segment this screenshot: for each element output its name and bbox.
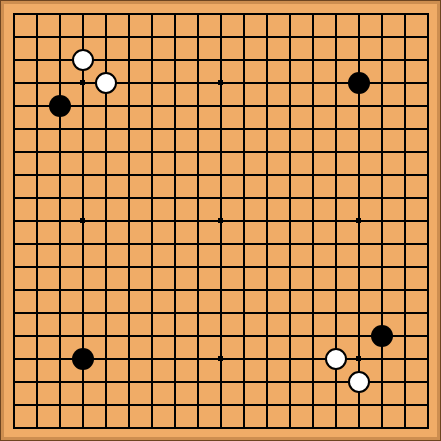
intersection	[117, 140, 140, 163]
intersection	[370, 370, 393, 393]
intersection	[416, 140, 439, 163]
star-point	[80, 218, 85, 223]
intersection	[393, 117, 416, 140]
intersection	[94, 209, 117, 232]
intersection	[94, 278, 117, 301]
intersection	[278, 370, 301, 393]
intersection	[94, 324, 117, 347]
intersection	[71, 48, 94, 71]
intersection	[393, 71, 416, 94]
intersection	[370, 255, 393, 278]
intersection	[186, 117, 209, 140]
intersection	[370, 324, 393, 347]
intersection	[163, 370, 186, 393]
intersection	[140, 163, 163, 186]
intersection	[278, 393, 301, 416]
intersection	[209, 278, 232, 301]
intersection	[94, 25, 117, 48]
intersection	[416, 163, 439, 186]
intersection	[347, 324, 370, 347]
intersection	[209, 186, 232, 209]
intersection	[25, 370, 48, 393]
intersection	[117, 71, 140, 94]
intersection	[347, 209, 370, 232]
intersection	[347, 71, 370, 94]
intersection	[393, 301, 416, 324]
intersection	[255, 393, 278, 416]
intersection	[25, 209, 48, 232]
intersection	[94, 255, 117, 278]
intersection	[209, 232, 232, 255]
intersection	[209, 25, 232, 48]
intersection	[232, 393, 255, 416]
white-stone	[348, 371, 370, 393]
intersection	[94, 71, 117, 94]
intersection	[416, 25, 439, 48]
intersection	[232, 301, 255, 324]
intersection	[94, 186, 117, 209]
intersection	[278, 347, 301, 370]
intersection	[94, 94, 117, 117]
intersection	[186, 94, 209, 117]
intersection	[324, 94, 347, 117]
intersection	[232, 278, 255, 301]
intersection	[48, 416, 71, 439]
intersection	[370, 94, 393, 117]
intersection	[71, 393, 94, 416]
intersection	[2, 255, 25, 278]
star-point	[356, 218, 361, 223]
intersection	[324, 347, 347, 370]
intersection	[163, 301, 186, 324]
intersection	[2, 232, 25, 255]
intersection	[71, 278, 94, 301]
intersection	[25, 71, 48, 94]
intersection	[324, 186, 347, 209]
intersection	[48, 301, 71, 324]
intersection	[324, 278, 347, 301]
intersection	[324, 163, 347, 186]
star-point	[356, 356, 361, 361]
intersection	[278, 2, 301, 25]
intersection	[278, 186, 301, 209]
intersection	[117, 347, 140, 370]
go-diagram: { "game": { "name": "go", "board_size": …	[0, 0, 441, 441]
intersection	[94, 347, 117, 370]
intersection	[278, 324, 301, 347]
intersection	[2, 416, 25, 439]
intersection	[71, 232, 94, 255]
intersection	[25, 94, 48, 117]
intersection	[416, 255, 439, 278]
intersection	[94, 370, 117, 393]
intersection	[301, 48, 324, 71]
intersection	[324, 232, 347, 255]
intersection	[324, 71, 347, 94]
intersection	[71, 140, 94, 163]
intersection	[347, 163, 370, 186]
intersection	[209, 117, 232, 140]
intersection	[186, 301, 209, 324]
white-stone	[325, 348, 347, 370]
intersection	[117, 416, 140, 439]
intersection	[393, 347, 416, 370]
intersection	[416, 117, 439, 140]
intersection	[117, 48, 140, 71]
intersection	[71, 186, 94, 209]
intersection	[140, 416, 163, 439]
intersection	[255, 117, 278, 140]
intersection	[2, 2, 25, 25]
board-intersections	[2, 2, 439, 439]
intersection	[140, 278, 163, 301]
intersection	[117, 278, 140, 301]
intersection	[278, 25, 301, 48]
intersection	[301, 232, 324, 255]
intersection	[71, 163, 94, 186]
intersection	[2, 117, 25, 140]
intersection	[48, 370, 71, 393]
intersection	[370, 278, 393, 301]
intersection	[347, 393, 370, 416]
intersection	[140, 301, 163, 324]
intersection	[209, 301, 232, 324]
intersection	[370, 163, 393, 186]
intersection	[370, 25, 393, 48]
intersection	[347, 2, 370, 25]
intersection	[163, 140, 186, 163]
intersection	[25, 232, 48, 255]
intersection	[48, 2, 71, 25]
intersection	[347, 278, 370, 301]
intersection	[370, 2, 393, 25]
intersection	[48, 25, 71, 48]
intersection	[163, 324, 186, 347]
intersection	[324, 117, 347, 140]
intersection	[255, 278, 278, 301]
intersection	[163, 232, 186, 255]
intersection	[393, 48, 416, 71]
intersection	[186, 255, 209, 278]
intersection	[2, 393, 25, 416]
intersection	[163, 2, 186, 25]
intersection	[232, 232, 255, 255]
intersection	[186, 186, 209, 209]
intersection	[25, 347, 48, 370]
intersection	[278, 94, 301, 117]
intersection	[370, 140, 393, 163]
intersection	[301, 393, 324, 416]
intersection	[301, 117, 324, 140]
intersection	[186, 232, 209, 255]
intersection	[209, 393, 232, 416]
intersection	[117, 324, 140, 347]
intersection	[163, 94, 186, 117]
intersection	[347, 347, 370, 370]
intersection	[416, 209, 439, 232]
intersection	[186, 2, 209, 25]
intersection	[370, 301, 393, 324]
intersection	[255, 232, 278, 255]
intersection	[140, 117, 163, 140]
intersection	[324, 2, 347, 25]
intersection	[25, 278, 48, 301]
intersection	[163, 416, 186, 439]
intersection	[232, 324, 255, 347]
white-stone	[72, 49, 94, 71]
intersection	[48, 209, 71, 232]
intersection	[71, 25, 94, 48]
intersection	[232, 347, 255, 370]
intersection	[301, 324, 324, 347]
intersection	[347, 186, 370, 209]
intersection	[186, 347, 209, 370]
intersection	[2, 324, 25, 347]
intersection	[416, 94, 439, 117]
intersection	[393, 416, 416, 439]
intersection	[324, 324, 347, 347]
intersection	[140, 209, 163, 232]
intersection	[186, 278, 209, 301]
intersection	[301, 94, 324, 117]
intersection	[71, 209, 94, 232]
intersection	[2, 140, 25, 163]
intersection	[347, 117, 370, 140]
intersection	[370, 117, 393, 140]
intersection	[255, 416, 278, 439]
intersection	[370, 416, 393, 439]
intersection	[163, 48, 186, 71]
intersection	[416, 347, 439, 370]
intersection	[324, 25, 347, 48]
intersection	[186, 48, 209, 71]
intersection	[209, 324, 232, 347]
intersection	[255, 94, 278, 117]
intersection	[140, 370, 163, 393]
intersection	[393, 25, 416, 48]
intersection	[117, 393, 140, 416]
intersection	[324, 301, 347, 324]
intersection	[117, 117, 140, 140]
intersection	[416, 301, 439, 324]
intersection	[209, 163, 232, 186]
intersection	[209, 71, 232, 94]
intersection	[232, 48, 255, 71]
intersection	[301, 278, 324, 301]
intersection	[416, 416, 439, 439]
intersection	[2, 94, 25, 117]
star-point	[218, 218, 223, 223]
intersection	[416, 393, 439, 416]
intersection	[94, 416, 117, 439]
intersection	[25, 301, 48, 324]
intersection	[48, 324, 71, 347]
intersection	[393, 140, 416, 163]
intersection	[255, 186, 278, 209]
intersection	[25, 255, 48, 278]
intersection	[163, 71, 186, 94]
intersection	[393, 2, 416, 25]
intersection	[209, 94, 232, 117]
intersection	[209, 140, 232, 163]
intersection	[117, 186, 140, 209]
intersection	[2, 301, 25, 324]
intersection	[2, 278, 25, 301]
intersection	[186, 71, 209, 94]
intersection	[255, 71, 278, 94]
intersection	[301, 370, 324, 393]
intersection	[25, 186, 48, 209]
intersection	[71, 2, 94, 25]
black-stone	[371, 325, 393, 347]
intersection	[163, 25, 186, 48]
intersection	[209, 370, 232, 393]
intersection	[301, 301, 324, 324]
intersection	[140, 393, 163, 416]
intersection	[255, 347, 278, 370]
intersection	[71, 416, 94, 439]
intersection	[393, 278, 416, 301]
intersection	[255, 25, 278, 48]
intersection	[393, 94, 416, 117]
intersection	[278, 416, 301, 439]
star-point	[218, 80, 223, 85]
intersection	[416, 324, 439, 347]
intersection	[278, 209, 301, 232]
intersection	[255, 48, 278, 71]
intersection	[2, 370, 25, 393]
black-stone	[348, 72, 370, 94]
intersection	[416, 278, 439, 301]
intersection	[232, 370, 255, 393]
intersection	[324, 209, 347, 232]
intersection	[186, 209, 209, 232]
intersection	[140, 347, 163, 370]
intersection	[117, 94, 140, 117]
intersection	[232, 25, 255, 48]
intersection	[48, 117, 71, 140]
intersection	[232, 117, 255, 140]
intersection	[232, 163, 255, 186]
intersection	[370, 48, 393, 71]
intersection	[163, 347, 186, 370]
intersection	[140, 25, 163, 48]
intersection	[25, 25, 48, 48]
intersection	[301, 25, 324, 48]
intersection	[324, 140, 347, 163]
intersection	[347, 25, 370, 48]
intersection	[117, 25, 140, 48]
intersection	[347, 94, 370, 117]
black-stone	[72, 348, 94, 370]
intersection	[370, 71, 393, 94]
intersection	[393, 324, 416, 347]
intersection	[186, 25, 209, 48]
intersection	[140, 232, 163, 255]
intersection	[163, 163, 186, 186]
intersection	[163, 186, 186, 209]
intersection	[140, 324, 163, 347]
intersection	[48, 94, 71, 117]
intersection	[140, 48, 163, 71]
intersection	[347, 301, 370, 324]
intersection	[94, 301, 117, 324]
intersection	[48, 255, 71, 278]
intersection	[232, 255, 255, 278]
intersection	[71, 347, 94, 370]
go-board	[0, 0, 441, 441]
intersection	[94, 163, 117, 186]
intersection	[140, 2, 163, 25]
intersection	[163, 255, 186, 278]
intersection	[71, 117, 94, 140]
intersection	[163, 393, 186, 416]
intersection	[393, 163, 416, 186]
intersection	[163, 117, 186, 140]
intersection	[209, 48, 232, 71]
intersection	[232, 71, 255, 94]
intersection	[2, 71, 25, 94]
intersection	[301, 163, 324, 186]
intersection	[94, 2, 117, 25]
intersection	[140, 94, 163, 117]
intersection	[48, 48, 71, 71]
black-stone	[49, 95, 71, 117]
intersection	[71, 71, 94, 94]
intersection	[94, 393, 117, 416]
intersection	[255, 324, 278, 347]
intersection	[370, 347, 393, 370]
intersection	[48, 186, 71, 209]
intersection	[393, 370, 416, 393]
intersection	[2, 48, 25, 71]
intersection	[94, 117, 117, 140]
intersection	[71, 324, 94, 347]
intersection	[255, 255, 278, 278]
intersection	[278, 301, 301, 324]
intersection	[48, 278, 71, 301]
intersection	[209, 347, 232, 370]
intersection	[140, 71, 163, 94]
intersection	[209, 2, 232, 25]
intersection	[278, 48, 301, 71]
intersection	[71, 301, 94, 324]
intersection	[71, 255, 94, 278]
intersection	[117, 163, 140, 186]
intersection	[186, 393, 209, 416]
intersection	[232, 94, 255, 117]
intersection	[393, 232, 416, 255]
intersection	[94, 232, 117, 255]
intersection	[324, 255, 347, 278]
intersection	[324, 416, 347, 439]
star-point	[80, 80, 85, 85]
intersection	[117, 232, 140, 255]
intersection	[347, 232, 370, 255]
intersection	[2, 163, 25, 186]
intersection	[25, 416, 48, 439]
intersection	[393, 255, 416, 278]
intersection	[416, 48, 439, 71]
intersection	[232, 186, 255, 209]
intersection	[301, 209, 324, 232]
intersection	[370, 186, 393, 209]
intersection	[25, 324, 48, 347]
intersection	[255, 163, 278, 186]
intersection	[301, 186, 324, 209]
intersection	[48, 347, 71, 370]
intersection	[186, 324, 209, 347]
